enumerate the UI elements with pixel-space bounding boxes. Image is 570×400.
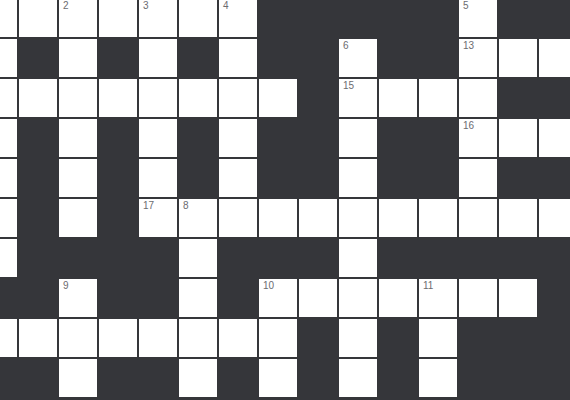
block-r7c8 bbox=[258, 238, 298, 278]
block-r7c3 bbox=[58, 238, 98, 278]
block-r6c2 bbox=[18, 198, 58, 238]
cell-r3c10[interactable]: 15 bbox=[338, 78, 378, 118]
cell-r2c3[interactable] bbox=[58, 38, 98, 78]
cell-r7c6[interactable] bbox=[178, 238, 218, 278]
cell-r6c1[interactable] bbox=[0, 198, 18, 238]
cell-r2c1[interactable] bbox=[0, 38, 18, 78]
cell-r4c15[interactable] bbox=[538, 118, 570, 158]
cell-r3c13[interactable] bbox=[458, 78, 498, 118]
block-r8c1 bbox=[0, 278, 18, 318]
clue-number-10: 10 bbox=[263, 280, 274, 291]
block-r7c15 bbox=[538, 238, 570, 278]
block-r1c10 bbox=[338, 0, 378, 38]
cell-r1c13[interactable]: 5 bbox=[458, 0, 498, 38]
cell-r3c1[interactable] bbox=[0, 78, 18, 118]
cell-r6c12[interactable] bbox=[418, 198, 458, 238]
cell-r5c10[interactable] bbox=[338, 158, 378, 198]
block-r8c15 bbox=[538, 278, 570, 318]
block-r6c4 bbox=[98, 198, 138, 238]
clue-number-13: 13 bbox=[463, 40, 474, 51]
block-r10c9 bbox=[298, 358, 338, 398]
block-r7c14 bbox=[498, 238, 538, 278]
block-r7c7 bbox=[218, 238, 258, 278]
cell-r6c6[interactable]: 8 bbox=[178, 198, 218, 238]
cell-r8c3[interactable]: 9 bbox=[58, 278, 98, 318]
cell-r1c7[interactable]: 4 bbox=[218, 0, 258, 38]
cell-r8c8[interactable]: 10 bbox=[258, 278, 298, 318]
cell-r6c3[interactable] bbox=[58, 198, 98, 238]
cell-r6c9[interactable] bbox=[298, 198, 338, 238]
block-r4c6 bbox=[178, 118, 218, 158]
block-r10c4 bbox=[98, 358, 138, 398]
cell-r3c2[interactable] bbox=[18, 78, 58, 118]
block-r5c6 bbox=[178, 158, 218, 198]
cell-r3c4[interactable] bbox=[98, 78, 138, 118]
block-r1c14 bbox=[498, 0, 538, 38]
block-r10c7 bbox=[218, 358, 258, 398]
block-r4c9 bbox=[298, 118, 338, 158]
cell-r10c10[interactable] bbox=[338, 358, 378, 398]
clue-number-11: 11 bbox=[423, 280, 433, 291]
cell-r9c12[interactable] bbox=[418, 318, 458, 358]
block-r9c11 bbox=[378, 318, 418, 358]
block-r5c4 bbox=[98, 158, 138, 198]
block-r9c14 bbox=[498, 318, 538, 358]
block-r10c1 bbox=[0, 358, 18, 398]
block-r7c2 bbox=[18, 238, 58, 278]
cell-r6c8[interactable] bbox=[258, 198, 298, 238]
block-r5c12 bbox=[418, 158, 458, 198]
cell-r2c13[interactable]: 13 bbox=[458, 38, 498, 78]
cell-r7c1[interactable] bbox=[0, 238, 18, 278]
cell-r2c7[interactable] bbox=[218, 38, 258, 78]
crossword-grid: 2345613151617891011 bbox=[0, 0, 570, 398]
clue-number-17: 17 bbox=[143, 200, 154, 211]
cell-r9c4[interactable] bbox=[98, 318, 138, 358]
block-r1c8 bbox=[258, 0, 298, 38]
block-r7c4 bbox=[98, 238, 138, 278]
block-r1c11 bbox=[378, 0, 418, 38]
cell-r2c15[interactable] bbox=[538, 38, 570, 78]
cell-r5c3[interactable] bbox=[58, 158, 98, 198]
cell-r6c11[interactable] bbox=[378, 198, 418, 238]
cell-r4c10[interactable] bbox=[338, 118, 378, 158]
cell-r6c7[interactable] bbox=[218, 198, 258, 238]
block-r1c12 bbox=[418, 0, 458, 38]
block-r5c15 bbox=[538, 158, 570, 198]
block-r1c15 bbox=[538, 0, 570, 38]
block-r9c9 bbox=[298, 318, 338, 358]
block-r3c15 bbox=[538, 78, 570, 118]
clue-number-9: 9 bbox=[63, 280, 69, 291]
cell-r9c3[interactable] bbox=[58, 318, 98, 358]
cell-r4c14[interactable] bbox=[498, 118, 538, 158]
cell-r5c1[interactable] bbox=[0, 158, 18, 198]
block-r5c14 bbox=[498, 158, 538, 198]
cell-r6c10[interactable] bbox=[338, 198, 378, 238]
cell-r8c13[interactable] bbox=[458, 278, 498, 318]
block-r5c11 bbox=[378, 158, 418, 198]
cell-r1c6[interactable] bbox=[178, 0, 218, 38]
cell-r1c3[interactable]: 2 bbox=[58, 0, 98, 38]
cell-r10c3[interactable] bbox=[58, 358, 98, 398]
block-r10c15 bbox=[538, 358, 570, 398]
clue-number-4: 4 bbox=[223, 0, 229, 11]
cell-r4c1[interactable] bbox=[0, 118, 18, 158]
cell-r5c5[interactable] bbox=[138, 158, 178, 198]
block-r10c14 bbox=[498, 358, 538, 398]
cell-r8c11[interactable] bbox=[378, 278, 418, 318]
block-r3c9 bbox=[298, 78, 338, 118]
cell-r8c12[interactable]: 11 bbox=[418, 278, 458, 318]
block-r5c2 bbox=[18, 158, 58, 198]
cell-r2c14[interactable] bbox=[498, 38, 538, 78]
block-r2c12 bbox=[418, 38, 458, 78]
block-r2c11 bbox=[378, 38, 418, 78]
block-r8c5 bbox=[138, 278, 178, 318]
cell-r6c15[interactable] bbox=[538, 198, 570, 238]
block-r9c15 bbox=[538, 318, 570, 358]
cell-r5c13[interactable] bbox=[458, 158, 498, 198]
cell-r1c4[interactable] bbox=[98, 0, 138, 38]
block-r7c9 bbox=[298, 238, 338, 278]
block-r2c8 bbox=[258, 38, 298, 78]
block-r5c8 bbox=[258, 158, 298, 198]
cell-r9c5[interactable] bbox=[138, 318, 178, 358]
cell-r1c2[interactable] bbox=[18, 0, 58, 38]
block-r4c2 bbox=[18, 118, 58, 158]
clue-number-5: 5 bbox=[463, 0, 469, 11]
clue-number-8: 8 bbox=[183, 200, 189, 211]
block-r3c14 bbox=[498, 78, 538, 118]
cell-r9c7[interactable] bbox=[218, 318, 258, 358]
cell-r8c10[interactable] bbox=[338, 278, 378, 318]
cell-r7c10[interactable] bbox=[338, 238, 378, 278]
crossword-board: 2345613151617891011 bbox=[0, 0, 570, 400]
block-r2c9 bbox=[298, 38, 338, 78]
cell-r2c10[interactable]: 6 bbox=[338, 38, 378, 78]
block-r4c8 bbox=[258, 118, 298, 158]
clue-number-3: 3 bbox=[143, 0, 149, 11]
block-r10c13 bbox=[458, 358, 498, 398]
clue-number-6: 6 bbox=[343, 40, 349, 51]
cell-r10c12[interactable] bbox=[418, 358, 458, 398]
block-r4c11 bbox=[378, 118, 418, 158]
block-r7c11 bbox=[378, 238, 418, 278]
cell-r9c6[interactable] bbox=[178, 318, 218, 358]
cell-r3c7[interactable] bbox=[218, 78, 258, 118]
cell-r10c6[interactable] bbox=[178, 358, 218, 398]
block-r7c13 bbox=[458, 238, 498, 278]
block-r2c2 bbox=[18, 38, 58, 78]
cell-r6c13[interactable] bbox=[458, 198, 498, 238]
cell-r4c13[interactable]: 16 bbox=[458, 118, 498, 158]
block-r7c12 bbox=[418, 238, 458, 278]
block-r2c4 bbox=[98, 38, 138, 78]
block-r8c7 bbox=[218, 278, 258, 318]
cell-r4c3[interactable] bbox=[58, 118, 98, 158]
cell-r9c10[interactable] bbox=[338, 318, 378, 358]
cell-r9c1[interactable] bbox=[0, 318, 18, 358]
block-r10c11 bbox=[378, 358, 418, 398]
cell-r8c6[interactable] bbox=[178, 278, 218, 318]
cell-r1c5[interactable]: 3 bbox=[138, 0, 178, 38]
block-r7c5 bbox=[138, 238, 178, 278]
cell-r5c7[interactable] bbox=[218, 158, 258, 198]
cell-r3c8[interactable] bbox=[258, 78, 298, 118]
cell-r4c5[interactable] bbox=[138, 118, 178, 158]
clue-number-15: 15 bbox=[343, 80, 354, 91]
block-r4c12 bbox=[418, 118, 458, 158]
clue-number-16: 16 bbox=[463, 120, 474, 131]
cell-r9c2[interactable] bbox=[18, 318, 58, 358]
cell-r10c8[interactable] bbox=[258, 358, 298, 398]
block-r5c9 bbox=[298, 158, 338, 198]
cell-r3c6[interactable] bbox=[178, 78, 218, 118]
cell-r3c12[interactable] bbox=[418, 78, 458, 118]
cell-r9c8[interactable] bbox=[258, 318, 298, 358]
cell-r4c7[interactable] bbox=[218, 118, 258, 158]
cell-r3c5[interactable] bbox=[138, 78, 178, 118]
cell-r8c9[interactable] bbox=[298, 278, 338, 318]
block-r8c2 bbox=[18, 278, 58, 318]
cell-r8c14[interactable] bbox=[498, 278, 538, 318]
cell-r1c1[interactable] bbox=[0, 0, 18, 38]
block-r1c9 bbox=[298, 0, 338, 38]
cell-r2c5[interactable] bbox=[138, 38, 178, 78]
cell-r3c11[interactable] bbox=[378, 78, 418, 118]
cell-r6c5[interactable]: 17 bbox=[138, 198, 178, 238]
block-r2c6 bbox=[178, 38, 218, 78]
block-r10c5 bbox=[138, 358, 178, 398]
clue-number-2: 2 bbox=[63, 0, 69, 11]
block-r9c13 bbox=[458, 318, 498, 358]
cell-r6c14[interactable] bbox=[498, 198, 538, 238]
block-r4c4 bbox=[98, 118, 138, 158]
block-r10c2 bbox=[18, 358, 58, 398]
block-r8c4 bbox=[98, 278, 138, 318]
cell-r3c3[interactable] bbox=[58, 78, 98, 118]
